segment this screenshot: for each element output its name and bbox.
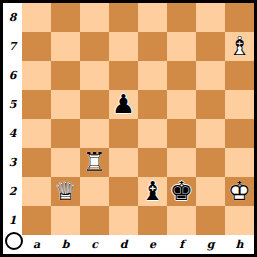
file-label-e: e <box>138 235 167 254</box>
square-e2[interactable]: ♝ <box>138 177 167 206</box>
square-e5[interactable] <box>138 90 167 119</box>
file-label-b: b <box>51 235 80 254</box>
square-f4[interactable] <box>167 119 196 148</box>
square-c5[interactable] <box>80 90 109 119</box>
rank-label-3: 3 <box>3 148 22 177</box>
square-e4[interactable] <box>138 119 167 148</box>
square-d8[interactable] <box>109 3 138 32</box>
square-g3[interactable] <box>196 148 225 177</box>
rank-label-6: 6 <box>3 61 22 90</box>
rank-label-1: 1 <box>3 206 22 235</box>
black-pawn-icon: ♟ <box>112 90 135 116</box>
white-bishop-outline-icon: ♗ <box>228 32 251 58</box>
square-b8[interactable] <box>51 3 80 32</box>
square-a7[interactable] <box>22 32 51 61</box>
square-a6[interactable] <box>22 61 51 90</box>
white-queen-b2[interactable]: ♛♕ <box>51 177 80 206</box>
white-king-outline-icon: ♔ <box>228 177 251 203</box>
square-b4[interactable] <box>51 119 80 148</box>
square-b7[interactable] <box>51 32 80 61</box>
square-c4[interactable] <box>80 119 109 148</box>
square-g1[interactable] <box>196 206 225 235</box>
square-b5[interactable] <box>51 90 80 119</box>
square-a5[interactable] <box>22 90 51 119</box>
rank-label-8: 8 <box>3 3 22 32</box>
square-c3[interactable]: ♜♖ <box>80 148 109 177</box>
rank-label-4: 4 <box>3 119 22 148</box>
rank-label-5: 5 <box>3 90 22 119</box>
square-c7[interactable] <box>80 32 109 61</box>
file-label-h: h <box>225 235 254 254</box>
square-d5[interactable]: ♟ <box>109 90 138 119</box>
square-e8[interactable] <box>138 3 167 32</box>
square-f6[interactable] <box>167 61 196 90</box>
square-g6[interactable] <box>196 61 225 90</box>
black-bishop-icon: ♝ <box>141 177 164 203</box>
square-h4[interactable] <box>225 119 254 148</box>
chess-diagram: 87654321 ♝♗♟♜♖♛♕♝♚♚♔ abcdefgh <box>0 0 257 257</box>
black-king-icon: ♚ <box>170 177 193 203</box>
square-d1[interactable] <box>109 206 138 235</box>
square-c6[interactable] <box>80 61 109 90</box>
rank-label-2: 2 <box>3 177 22 206</box>
square-g7[interactable] <box>196 32 225 61</box>
square-g5[interactable] <box>196 90 225 119</box>
square-e3[interactable] <box>138 148 167 177</box>
square-b2[interactable]: ♛♕ <box>51 177 80 206</box>
square-e7[interactable] <box>138 32 167 61</box>
square-h2[interactable]: ♚♔ <box>225 177 254 206</box>
white-queen-outline-icon: ♕ <box>54 177 77 203</box>
square-a3[interactable] <box>22 148 51 177</box>
square-f7[interactable] <box>167 32 196 61</box>
square-f1[interactable] <box>167 206 196 235</box>
square-c1[interactable] <box>80 206 109 235</box>
chess-board[interactable]: ♝♗♟♜♖♛♕♝♚♚♔ <box>22 3 254 235</box>
square-d3[interactable] <box>109 148 138 177</box>
file-labels: abcdefgh <box>22 235 254 254</box>
square-b6[interactable] <box>51 61 80 90</box>
square-d7[interactable] <box>109 32 138 61</box>
square-e1[interactable] <box>138 206 167 235</box>
square-f8[interactable] <box>167 3 196 32</box>
square-c8[interactable] <box>80 3 109 32</box>
square-g8[interactable] <box>196 3 225 32</box>
white-rook-outline-icon: ♖ <box>83 148 106 174</box>
square-h8[interactable] <box>225 3 254 32</box>
black-king-f2[interactable]: ♚ <box>167 177 196 206</box>
white-bishop-h7[interactable]: ♝♗ <box>225 32 254 61</box>
square-f5[interactable] <box>167 90 196 119</box>
square-h7[interactable]: ♝♗ <box>225 32 254 61</box>
file-label-g: g <box>196 235 225 254</box>
rank-labels: 87654321 <box>3 3 22 235</box>
side-to-move-indicator <box>5 232 23 250</box>
square-h6[interactable] <box>225 61 254 90</box>
file-label-d: d <box>109 235 138 254</box>
square-a2[interactable] <box>22 177 51 206</box>
white-rook-c3[interactable]: ♜♖ <box>80 148 109 177</box>
square-a8[interactable] <box>22 3 51 32</box>
square-b3[interactable] <box>51 148 80 177</box>
white-king-h2[interactable]: ♚♔ <box>225 177 254 206</box>
black-pawn-d5[interactable]: ♟ <box>109 90 138 119</box>
square-g2[interactable] <box>196 177 225 206</box>
black-bishop-e2[interactable]: ♝ <box>138 177 167 206</box>
file-label-c: c <box>80 235 109 254</box>
square-e6[interactable] <box>138 61 167 90</box>
square-d6[interactable] <box>109 61 138 90</box>
square-a1[interactable] <box>22 206 51 235</box>
square-a4[interactable] <box>22 119 51 148</box>
file-label-f: f <box>167 235 196 254</box>
file-label-a: a <box>22 235 51 254</box>
square-d4[interactable] <box>109 119 138 148</box>
square-h3[interactable] <box>225 148 254 177</box>
square-f3[interactable] <box>167 148 196 177</box>
square-h1[interactable] <box>225 206 254 235</box>
square-b1[interactable] <box>51 206 80 235</box>
square-c2[interactable] <box>80 177 109 206</box>
square-f2[interactable]: ♚ <box>167 177 196 206</box>
square-d2[interactable] <box>109 177 138 206</box>
rank-label-7: 7 <box>3 32 22 61</box>
square-g4[interactable] <box>196 119 225 148</box>
square-h5[interactable] <box>225 90 254 119</box>
